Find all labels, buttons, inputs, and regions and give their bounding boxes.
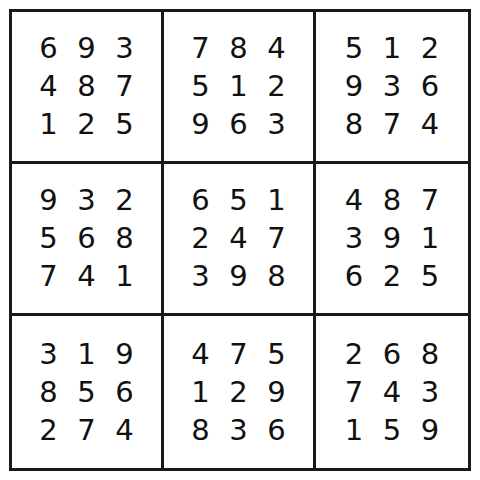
sudoku-cell-r1c5: 8	[220, 30, 258, 68]
sudoku-cell-r3c4: 9	[182, 106, 220, 144]
sudoku-cell-r8c6: 9	[258, 373, 296, 411]
sudoku-box-grid: 784512963	[182, 30, 296, 144]
sudoku-cell-r7c4: 4	[182, 335, 220, 373]
sudoku-box-2: 784512963	[164, 12, 316, 164]
sudoku-cell-r6c3: 1	[106, 258, 144, 296]
sudoku-cell-r1c8: 1	[373, 30, 411, 68]
sudoku-cell-r6c1: 7	[30, 258, 68, 296]
sudoku-cell-r8c2: 5	[68, 373, 106, 411]
sudoku-box-grid: 512936874	[335, 30, 449, 144]
sudoku-cell-r6c6: 8	[258, 258, 296, 296]
sudoku-cell-r7c8: 6	[373, 335, 411, 373]
sudoku-cell-r5c4: 2	[182, 220, 220, 258]
sudoku-box-8: 475129836	[164, 316, 316, 468]
sudoku-cell-r9c2: 7	[68, 411, 106, 449]
sudoku-box-grid: 693487125	[30, 30, 144, 144]
sudoku-cell-r7c3: 9	[106, 335, 144, 373]
sudoku-cell-r5c9: 1	[411, 220, 449, 258]
sudoku-cell-r5c7: 3	[335, 220, 373, 258]
sudoku-cell-r9c1: 2	[30, 411, 68, 449]
sudoku-cell-r1c7: 5	[335, 30, 373, 68]
sudoku-cell-r3c1: 1	[30, 106, 68, 144]
sudoku-cell-r4c2: 3	[68, 182, 106, 220]
sudoku-box-7: 319856274	[12, 316, 164, 468]
sudoku-cell-r8c5: 2	[220, 373, 258, 411]
sudoku-cell-r2c6: 2	[258, 68, 296, 106]
sudoku-cell-r8c1: 8	[30, 373, 68, 411]
sudoku-cell-r9c5: 3	[220, 411, 258, 449]
sudoku-cell-r9c8: 5	[373, 411, 411, 449]
sudoku-cell-r2c4: 5	[182, 68, 220, 106]
sudoku-cell-r1c3: 3	[106, 30, 144, 68]
sudoku-cell-r8c8: 4	[373, 373, 411, 411]
sudoku-box-grid: 651247398	[182, 182, 296, 296]
sudoku-cell-r4c5: 5	[220, 182, 258, 220]
sudoku-cell-r4c6: 1	[258, 182, 296, 220]
sudoku-cell-r8c4: 1	[182, 373, 220, 411]
sudoku-cell-r2c2: 8	[68, 68, 106, 106]
sudoku-cell-r4c3: 2	[106, 182, 144, 220]
sudoku-cell-r1c4: 7	[182, 30, 220, 68]
sudoku-cell-r6c4: 3	[182, 258, 220, 296]
sudoku-cell-r2c7: 9	[335, 68, 373, 106]
sudoku-cell-r1c1: 6	[30, 30, 68, 68]
sudoku-cell-r7c7: 2	[335, 335, 373, 373]
sudoku-cell-r3c8: 7	[373, 106, 411, 144]
sudoku-box-5: 651247398	[164, 164, 316, 316]
sudoku-box-grid: 475129836	[182, 335, 296, 449]
sudoku-cell-r9c6: 6	[258, 411, 296, 449]
sudoku-cell-r8c9: 3	[411, 373, 449, 411]
sudoku-cell-r8c3: 6	[106, 373, 144, 411]
sudoku-box-grid: 319856274	[30, 335, 144, 449]
sudoku-cell-r5c6: 7	[258, 220, 296, 258]
sudoku-cell-r6c2: 4	[68, 258, 106, 296]
sudoku-box-6: 487391625	[316, 164, 468, 316]
sudoku-cell-r6c5: 9	[220, 258, 258, 296]
sudoku-cell-r9c4: 8	[182, 411, 220, 449]
sudoku-cell-r3c5: 6	[220, 106, 258, 144]
sudoku-cell-r2c8: 3	[373, 68, 411, 106]
sudoku-cell-r6c8: 2	[373, 258, 411, 296]
sudoku-cell-r6c9: 5	[411, 258, 449, 296]
sudoku-cell-r2c1: 4	[30, 68, 68, 106]
sudoku-cell-r5c2: 6	[68, 220, 106, 258]
sudoku-box-4: 932568741	[12, 164, 164, 316]
sudoku-box-grid: 932568741	[30, 182, 144, 296]
sudoku-cell-r7c2: 1	[68, 335, 106, 373]
sudoku-cell-r5c1: 5	[30, 220, 68, 258]
sudoku-cell-r7c5: 7	[220, 335, 258, 373]
sudoku-cell-r5c5: 4	[220, 220, 258, 258]
sudoku-cell-r4c9: 7	[411, 182, 449, 220]
sudoku-box-1: 693487125	[12, 12, 164, 164]
sudoku-box-3: 512936874	[316, 12, 468, 164]
sudoku-cell-r1c2: 9	[68, 30, 106, 68]
sudoku-cell-r2c9: 6	[411, 68, 449, 106]
sudoku-cell-r1c9: 2	[411, 30, 449, 68]
sudoku-cell-r9c9: 9	[411, 411, 449, 449]
sudoku-cell-r6c7: 6	[335, 258, 373, 296]
sudoku-cell-r4c8: 8	[373, 182, 411, 220]
sudoku-cell-r1c6: 4	[258, 30, 296, 68]
sudoku-cell-r9c3: 4	[106, 411, 144, 449]
sudoku-cell-r3c3: 5	[106, 106, 144, 144]
sudoku-cell-r7c1: 3	[30, 335, 68, 373]
sudoku-box-9: 268743159	[316, 316, 468, 468]
sudoku-cell-r2c3: 7	[106, 68, 144, 106]
sudoku-cell-r2c5: 1	[220, 68, 258, 106]
sudoku-cell-r3c7: 8	[335, 106, 373, 144]
sudoku-cell-r3c2: 2	[68, 106, 106, 144]
sudoku-cell-r4c4: 6	[182, 182, 220, 220]
sudoku-box-grid: 487391625	[335, 182, 449, 296]
sudoku-cell-r7c6: 5	[258, 335, 296, 373]
sudoku-box-grid: 268743159	[335, 335, 449, 449]
sudoku-cell-r3c9: 4	[411, 106, 449, 144]
sudoku-cell-r4c1: 9	[30, 182, 68, 220]
sudoku-cell-r3c6: 3	[258, 106, 296, 144]
sudoku-cell-r5c3: 8	[106, 220, 144, 258]
sudoku-cell-r7c9: 8	[411, 335, 449, 373]
sudoku-cell-r5c8: 9	[373, 220, 411, 258]
sudoku-cell-r4c7: 4	[335, 182, 373, 220]
sudoku-board: 6934871257845129635129368749325687416512…	[9, 9, 471, 471]
sudoku-cell-r9c7: 1	[335, 411, 373, 449]
sudoku-cell-r8c7: 7	[335, 373, 373, 411]
